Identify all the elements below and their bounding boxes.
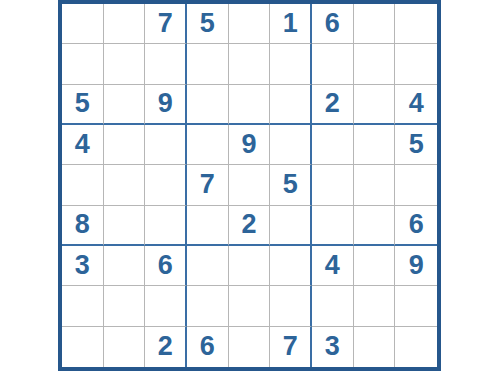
cell-r7c2[interactable] <box>104 246 146 286</box>
cell-r4c1[interactable]: 4 <box>62 125 104 165</box>
cell-r2c1[interactable] <box>62 44 104 84</box>
cell-r7c4[interactable] <box>187 246 229 286</box>
cell-r8c3[interactable] <box>145 286 187 326</box>
cell-r2c7[interactable] <box>312 44 354 84</box>
cell-r2c4[interactable] <box>187 44 229 84</box>
cell-r3c2[interactable] <box>104 85 146 125</box>
given-digit: 5 <box>75 90 90 117</box>
cell-r8c7[interactable] <box>312 286 354 326</box>
given-digit: 5 <box>283 171 298 198</box>
cell-r5c1[interactable] <box>62 165 104 205</box>
cell-r4c8[interactable] <box>354 125 396 165</box>
cell-r1c2[interactable] <box>104 4 146 44</box>
cell-r8c1[interactable] <box>62 286 104 326</box>
cell-r5c2[interactable] <box>104 165 146 205</box>
given-digit: 6 <box>200 333 215 360</box>
given-digit: 6 <box>409 211 424 238</box>
cell-r1c6[interactable]: 1 <box>270 4 312 44</box>
cell-r6c7[interactable] <box>312 206 354 246</box>
cell-r9c8[interactable] <box>354 327 396 367</box>
given-digit: 2 <box>158 333 173 360</box>
cell-r3c4[interactable] <box>187 85 229 125</box>
cell-r7c9[interactable]: 9 <box>395 246 437 286</box>
cell-r2c9[interactable] <box>395 44 437 84</box>
cell-r2c3[interactable] <box>145 44 187 84</box>
cell-r2c8[interactable] <box>354 44 396 84</box>
cell-r4c4[interactable] <box>187 125 229 165</box>
given-digit: 2 <box>325 90 340 117</box>
cell-r6c5[interactable]: 2 <box>229 206 271 246</box>
cell-r9c7[interactable]: 3 <box>312 327 354 367</box>
cell-r6c6[interactable] <box>270 206 312 246</box>
cell-r8c5[interactable] <box>229 286 271 326</box>
cell-r3c7[interactable]: 2 <box>312 85 354 125</box>
cell-r9c2[interactable] <box>104 327 146 367</box>
cell-r5c3[interactable] <box>145 165 187 205</box>
cell-r5c8[interactable] <box>354 165 396 205</box>
given-digit: 1 <box>283 10 298 37</box>
given-digit: 7 <box>283 333 298 360</box>
cell-r7c7[interactable]: 4 <box>312 246 354 286</box>
cell-r3c9[interactable]: 4 <box>395 85 437 125</box>
cell-r1c8[interactable] <box>354 4 396 44</box>
cell-r6c3[interactable] <box>145 206 187 246</box>
cell-r1c7[interactable]: 6 <box>312 4 354 44</box>
cell-r1c4[interactable]: 5 <box>187 4 229 44</box>
given-digit: 9 <box>241 131 256 158</box>
given-digit: 9 <box>409 252 424 279</box>
cell-r4c9[interactable]: 5 <box>395 125 437 165</box>
cell-r6c1[interactable]: 8 <box>62 206 104 246</box>
given-digit: 3 <box>325 333 340 360</box>
cell-r8c8[interactable] <box>354 286 396 326</box>
cell-r7c3[interactable]: 6 <box>145 246 187 286</box>
cell-r2c6[interactable] <box>270 44 312 84</box>
cell-r6c9[interactable]: 6 <box>395 206 437 246</box>
cell-r4c2[interactable] <box>104 125 146 165</box>
cell-r8c6[interactable] <box>270 286 312 326</box>
cell-r1c1[interactable] <box>62 4 104 44</box>
cell-r7c6[interactable] <box>270 246 312 286</box>
cell-r1c3[interactable]: 7 <box>145 4 187 44</box>
cell-r3c1[interactable]: 5 <box>62 85 104 125</box>
cell-r5c9[interactable] <box>395 165 437 205</box>
given-digit: 5 <box>200 10 215 37</box>
given-digit: 4 <box>75 131 90 158</box>
given-digit: 3 <box>75 252 90 279</box>
cell-r6c8[interactable] <box>354 206 396 246</box>
cell-r7c1[interactable]: 3 <box>62 246 104 286</box>
sudoku-page: 751659244957582636492673 <box>0 0 500 375</box>
cell-r8c2[interactable] <box>104 286 146 326</box>
cell-r7c8[interactable] <box>354 246 396 286</box>
cell-r3c5[interactable] <box>229 85 271 125</box>
cell-r4c5[interactable]: 9 <box>229 125 271 165</box>
given-digit: 7 <box>158 10 173 37</box>
given-digit: 4 <box>409 90 424 117</box>
cell-r9c4[interactable]: 6 <box>187 327 229 367</box>
cell-r2c2[interactable] <box>104 44 146 84</box>
cell-r3c3[interactable]: 9 <box>145 85 187 125</box>
given-digit: 4 <box>325 252 340 279</box>
cell-r8c4[interactable] <box>187 286 229 326</box>
given-digit: 6 <box>158 252 173 279</box>
given-digit: 6 <box>325 10 340 37</box>
cell-r4c7[interactable] <box>312 125 354 165</box>
cell-r5c4[interactable]: 7 <box>187 165 229 205</box>
cell-r4c6[interactable] <box>270 125 312 165</box>
given-digit: 2 <box>241 211 256 238</box>
cell-r6c2[interactable] <box>104 206 146 246</box>
cell-r5c5[interactable] <box>229 165 271 205</box>
cell-r5c6[interactable]: 5 <box>270 165 312 205</box>
given-digit: 9 <box>158 90 173 117</box>
cell-r2c5[interactable] <box>229 44 271 84</box>
cell-r1c9[interactable] <box>395 4 437 44</box>
cell-r9c1[interactable] <box>62 327 104 367</box>
sudoku-board: 751659244957582636492673 <box>58 0 441 371</box>
cell-r9c6[interactable]: 7 <box>270 327 312 367</box>
cell-r4c3[interactable] <box>145 125 187 165</box>
cell-r9c5[interactable] <box>229 327 271 367</box>
cell-r6c4[interactable] <box>187 206 229 246</box>
given-digit: 8 <box>75 211 90 238</box>
cell-r3c6[interactable] <box>270 85 312 125</box>
cell-r3c8[interactable] <box>354 85 396 125</box>
cell-r1c5[interactable] <box>229 4 271 44</box>
cell-r9c3[interactable]: 2 <box>145 327 187 367</box>
given-digit: 5 <box>409 131 424 158</box>
cell-r9c9[interactable] <box>395 327 437 367</box>
cell-r5c7[interactable] <box>312 165 354 205</box>
given-digit: 7 <box>200 171 215 198</box>
cell-r8c9[interactable] <box>395 286 437 326</box>
cell-r7c5[interactable] <box>229 246 271 286</box>
